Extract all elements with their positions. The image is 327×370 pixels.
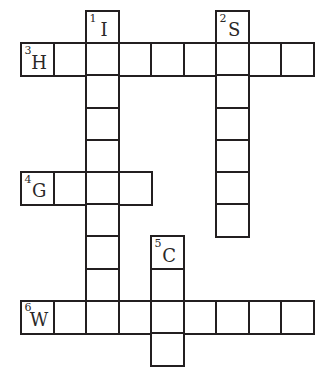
cell-r2c2[interactable] [53, 42, 88, 77]
cell-r8c5[interactable]: 5C [150, 235, 185, 270]
cell-r6c7[interactable] [215, 171, 250, 206]
cell-r3c3[interactable] [85, 74, 120, 109]
cell-r7c7[interactable] [215, 203, 250, 238]
cell-r7c3[interactable] [85, 203, 120, 238]
cell-r2c1[interactable]: 3H [20, 42, 55, 77]
cell-r10c9[interactable] [280, 300, 315, 335]
given-letter: G [24, 180, 55, 201]
given-letter: H [24, 52, 55, 73]
cell-r2c8[interactable] [248, 42, 283, 77]
cell-r11c5[interactable] [150, 332, 185, 367]
cell-r10c4[interactable] [118, 300, 153, 335]
cell-r6c1[interactable]: 4G [20, 171, 55, 206]
cell-r5c7[interactable] [215, 139, 250, 174]
cell-r10c8[interactable] [248, 300, 283, 335]
cell-r2c3[interactable] [85, 42, 120, 77]
given-letter: I [89, 19, 120, 40]
cell-r3c7[interactable] [215, 74, 250, 109]
cell-r2c6[interactable] [183, 42, 218, 77]
cell-r10c7[interactable] [215, 300, 250, 335]
cell-r4c7[interactable] [215, 107, 250, 142]
cell-r10c3[interactable] [85, 300, 120, 335]
cell-r1c3[interactable]: 1I [85, 10, 120, 45]
cell-r8c3[interactable] [85, 235, 120, 270]
cell-r6c4[interactable] [118, 171, 153, 206]
cell-r6c2[interactable] [53, 171, 88, 206]
cell-r10c5[interactable] [150, 300, 185, 335]
cell-r10c1[interactable]: 6W [20, 300, 55, 335]
cell-r5c3[interactable] [85, 139, 120, 174]
crossword-board: 1I2S3H4G5C6W [0, 0, 327, 370]
cell-r2c7[interactable] [215, 42, 250, 77]
given-letter: C [154, 245, 185, 266]
cell-r4c3[interactable] [85, 107, 120, 142]
given-letter: S [219, 19, 250, 40]
cell-r2c9[interactable] [280, 42, 315, 77]
cell-r9c3[interactable] [85, 268, 120, 303]
cell-r9c5[interactable] [150, 268, 185, 303]
cell-r2c5[interactable] [150, 42, 185, 77]
cell-r10c2[interactable] [53, 300, 88, 335]
cell-r2c4[interactable] [118, 42, 153, 77]
cell-r1c7[interactable]: 2S [215, 10, 250, 45]
cell-r10c6[interactable] [183, 300, 218, 335]
given-letter: W [24, 309, 55, 330]
cell-r6c3[interactable] [85, 171, 120, 206]
